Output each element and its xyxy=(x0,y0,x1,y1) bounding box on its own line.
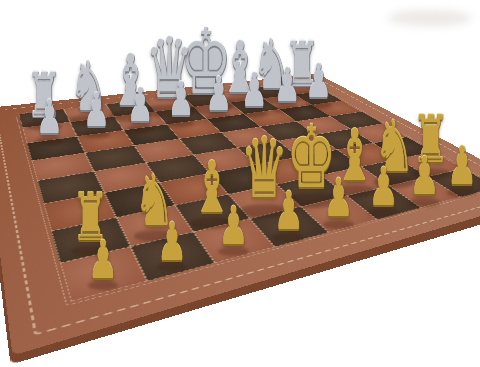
piece-shadow xyxy=(274,105,301,113)
piece-shadow xyxy=(241,110,268,118)
piece-gold-pawn-e1: ♟ xyxy=(321,172,355,225)
piece-gold-knight-b2: ♞ xyxy=(131,165,177,236)
piece-shadow xyxy=(205,114,232,122)
piece-shadow xyxy=(273,233,304,242)
piece-shadow xyxy=(284,90,320,100)
piece-shadow xyxy=(240,204,289,218)
piece-silver-pawn-c7: ♟ xyxy=(125,82,155,129)
piece-shadow xyxy=(191,217,232,229)
piece-silver-pawn-a7: ♟ xyxy=(34,94,64,141)
piece-silver-pawn-b7: ♟ xyxy=(82,88,112,135)
piece-shadow xyxy=(323,220,354,229)
pieces-layer: ♜♞♝♛♚♝♞♜♟♟♟♟♟♟♟♟♜♞♝♛♚♝♞♜♟♟♟♟♟♟♟♟ xyxy=(0,0,480,367)
piece-gold-king-e2: ♚ xyxy=(283,114,339,201)
piece-shadow xyxy=(110,110,151,122)
piece-shadow xyxy=(218,247,249,256)
piece-silver-pawn-h7: ♟ xyxy=(303,59,333,106)
piece-silver-knight-g8: ♞ xyxy=(250,31,294,99)
piece-gold-bishop-c2: ♝ xyxy=(189,152,235,223)
piece-silver-pawn-f7: ♟ xyxy=(239,67,269,114)
piece-shadow xyxy=(145,104,194,118)
piece-shadow xyxy=(447,188,478,197)
piece-silver-pawn-e7: ♟ xyxy=(204,72,234,119)
piece-silver-rook-a8: ♜ xyxy=(24,64,64,126)
piece-shadow xyxy=(368,208,399,217)
piece-shadow xyxy=(180,99,232,114)
piece-gold-pawn-g1: ♟ xyxy=(407,149,441,202)
piece-gold-pawn-a1: ♟ xyxy=(86,233,120,286)
piece-shadow xyxy=(305,101,332,109)
piece-silver-knight-b8: ♞ xyxy=(67,53,111,121)
piece-shadow xyxy=(36,137,63,145)
piece-silver-king-e8: ♚ xyxy=(177,17,235,107)
piece-shadow xyxy=(26,121,62,131)
piece-silver-bishop-c8: ♝ xyxy=(107,44,153,115)
piece-shadow xyxy=(167,119,194,127)
piece-gold-pawn-f1: ♟ xyxy=(366,160,400,213)
piece-shadow xyxy=(286,193,336,208)
scene: ♜♞♝♛♚♝♞♜♟♟♟♟♟♟♟♟♜♞♝♛♚♝♞♜♟♟♟♟♟♟♟♟ xyxy=(0,0,480,367)
piece-gold-pawn-b1: ♟ xyxy=(155,215,189,268)
piece-silver-bishop-f8: ♝ xyxy=(217,31,263,102)
piece-shadow xyxy=(127,125,154,133)
piece-gold-knight-g2: ♞ xyxy=(371,110,417,181)
piece-shadow xyxy=(83,131,110,139)
piece-shadow xyxy=(88,281,119,290)
piece-gold-pawn-d1: ♟ xyxy=(272,185,306,238)
piece-silver-pawn-d7: ♟ xyxy=(166,77,196,124)
piece-gold-bishop-f2: ♝ xyxy=(332,119,378,190)
piece-gold-rook-a2: ♜ xyxy=(69,186,111,251)
piece-silver-queen-d8: ♛ xyxy=(142,27,196,111)
piece-shadow xyxy=(409,198,440,207)
piece-shadow xyxy=(334,185,375,197)
piece-silver-pawn-g7: ♟ xyxy=(272,63,302,110)
piece-shadow xyxy=(69,115,109,126)
piece-shadow xyxy=(219,97,260,109)
piece-shadow xyxy=(374,176,415,188)
piece-gold-pawn-h1: ♟ xyxy=(445,140,479,193)
piece-shadow xyxy=(71,246,109,257)
piece-gold-pawn-c1: ♟ xyxy=(217,199,251,252)
piece-silver-rook-h8: ♜ xyxy=(282,33,322,95)
piece-shadow xyxy=(157,263,188,272)
piece-shadow xyxy=(412,168,450,179)
piece-shadow xyxy=(252,93,292,104)
piece-shadow xyxy=(134,230,175,242)
piece-gold-queen-d2: ♛ xyxy=(237,128,291,212)
piece-gold-rook-h2: ♜ xyxy=(410,108,452,173)
